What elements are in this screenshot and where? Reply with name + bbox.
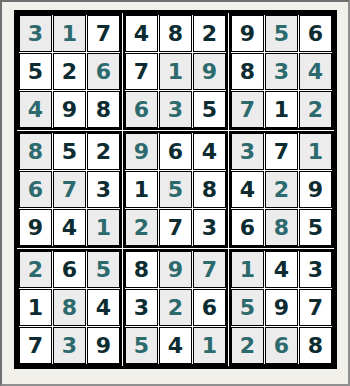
cell-r1c6[interactable]: 2 xyxy=(193,15,226,52)
cell-r7c3[interactable]: 5 xyxy=(87,251,120,288)
cell-r6c9[interactable]: 5 xyxy=(299,209,332,246)
cell-r4c1[interactable]: 8 xyxy=(19,133,52,170)
cell-r8c6[interactable]: 6 xyxy=(193,289,226,326)
cell-r3c7[interactable]: 7 xyxy=(231,91,264,128)
cell-r4c7[interactable]: 3 xyxy=(231,133,264,170)
cell-r9c4[interactable]: 5 xyxy=(125,327,158,364)
cell-r1c7[interactable]: 9 xyxy=(231,15,264,52)
cell-r9c8[interactable]: 6 xyxy=(265,327,298,364)
sudoku-page-frame: 3175264984827196359568347128526739419641… xyxy=(0,0,350,386)
cell-r6c5[interactable]: 7 xyxy=(159,209,192,246)
cell-r5c9[interactable]: 9 xyxy=(299,171,332,208)
sudoku-box-3: 956834712 xyxy=(229,13,334,130)
cell-r7c7[interactable]: 1 xyxy=(231,251,264,288)
sudoku-board: 3175264984827196359568347128526739419641… xyxy=(14,10,337,369)
cell-r5c7[interactable]: 4 xyxy=(231,171,264,208)
cell-r5c4[interactable]: 1 xyxy=(125,171,158,208)
cell-r7c6[interactable]: 7 xyxy=(193,251,226,288)
cell-r6c7[interactable]: 6 xyxy=(231,209,264,246)
cell-r3c8[interactable]: 1 xyxy=(265,91,298,128)
cell-r3c9[interactable]: 2 xyxy=(299,91,332,128)
sudoku-box-2: 482719635 xyxy=(123,13,228,130)
cell-r1c8[interactable]: 5 xyxy=(265,15,298,52)
cell-r1c2[interactable]: 1 xyxy=(53,15,86,52)
cell-r4c6[interactable]: 4 xyxy=(193,133,226,170)
cell-r8c2[interactable]: 8 xyxy=(53,289,86,326)
cell-r7c8[interactable]: 4 xyxy=(265,251,298,288)
cell-r7c5[interactable]: 9 xyxy=(159,251,192,288)
cell-r2c3[interactable]: 6 xyxy=(87,53,120,90)
cell-r5c2[interactable]: 7 xyxy=(53,171,86,208)
cell-r6c6[interactable]: 3 xyxy=(193,209,226,246)
cell-r2c5[interactable]: 1 xyxy=(159,53,192,90)
cell-r6c1[interactable]: 9 xyxy=(19,209,52,246)
cell-r5c1[interactable]: 6 xyxy=(19,171,52,208)
cell-r5c5[interactable]: 5 xyxy=(159,171,192,208)
cell-r5c3[interactable]: 3 xyxy=(87,171,120,208)
cell-r7c2[interactable]: 6 xyxy=(53,251,86,288)
cell-r8c3[interactable]: 4 xyxy=(87,289,120,326)
cell-r3c2[interactable]: 9 xyxy=(53,91,86,128)
sudoku-box-5: 964158273 xyxy=(123,131,228,248)
cell-r9c5[interactable]: 4 xyxy=(159,327,192,364)
cell-r2c8[interactable]: 3 xyxy=(265,53,298,90)
cell-r2c2[interactable]: 2 xyxy=(53,53,86,90)
sudoku-box-4: 852673941 xyxy=(17,131,122,248)
cell-r8c1[interactable]: 1 xyxy=(19,289,52,326)
sudoku-box-8: 897326541 xyxy=(123,249,228,366)
cell-r9c2[interactable]: 3 xyxy=(53,327,86,364)
sudoku-box-9: 143597268 xyxy=(229,249,334,366)
cell-r6c8[interactable]: 8 xyxy=(265,209,298,246)
cell-r9c6[interactable]: 1 xyxy=(193,327,226,364)
cell-r2c6[interactable]: 9 xyxy=(193,53,226,90)
cell-r1c9[interactable]: 6 xyxy=(299,15,332,52)
cell-r3c3[interactable]: 8 xyxy=(87,91,120,128)
sudoku-box-1: 317526498 xyxy=(17,13,122,130)
cell-r4c8[interactable]: 7 xyxy=(265,133,298,170)
cell-r3c1[interactable]: 4 xyxy=(19,91,52,128)
cell-r6c3[interactable]: 1 xyxy=(87,209,120,246)
cell-r4c5[interactable]: 6 xyxy=(159,133,192,170)
cell-r3c5[interactable]: 3 xyxy=(159,91,192,128)
cell-r4c2[interactable]: 5 xyxy=(53,133,86,170)
cell-r5c8[interactable]: 2 xyxy=(265,171,298,208)
cell-r9c7[interactable]: 2 xyxy=(231,327,264,364)
cell-r2c7[interactable]: 8 xyxy=(231,53,264,90)
cell-r6c4[interactable]: 2 xyxy=(125,209,158,246)
cell-r1c4[interactable]: 4 xyxy=(125,15,158,52)
cell-r4c9[interactable]: 1 xyxy=(299,133,332,170)
cell-r2c1[interactable]: 5 xyxy=(19,53,52,90)
cell-r3c6[interactable]: 5 xyxy=(193,91,226,128)
cell-r4c4[interactable]: 9 xyxy=(125,133,158,170)
cell-r2c9[interactable]: 4 xyxy=(299,53,332,90)
cell-r6c2[interactable]: 4 xyxy=(53,209,86,246)
cell-r1c1[interactable]: 3 xyxy=(19,15,52,52)
cell-r8c8[interactable]: 9 xyxy=(265,289,298,326)
cell-r7c9[interactable]: 3 xyxy=(299,251,332,288)
sudoku-box-7: 265184739 xyxy=(17,249,122,366)
cell-r1c5[interactable]: 8 xyxy=(159,15,192,52)
cell-r9c3[interactable]: 9 xyxy=(87,327,120,364)
cell-r9c1[interactable]: 7 xyxy=(19,327,52,364)
cell-r8c9[interactable]: 7 xyxy=(299,289,332,326)
sudoku-box-6: 371429685 xyxy=(229,131,334,248)
cell-r8c7[interactable]: 5 xyxy=(231,289,264,326)
cell-r4c3[interactable]: 2 xyxy=(87,133,120,170)
cell-r5c6[interactable]: 8 xyxy=(193,171,226,208)
cell-r1c3[interactable]: 7 xyxy=(87,15,120,52)
cell-r7c4[interactable]: 8 xyxy=(125,251,158,288)
cell-r7c1[interactable]: 2 xyxy=(19,251,52,288)
cell-r3c4[interactable]: 6 xyxy=(125,91,158,128)
cell-r9c9[interactable]: 8 xyxy=(299,327,332,364)
cell-r2c4[interactable]: 7 xyxy=(125,53,158,90)
cell-r8c4[interactable]: 3 xyxy=(125,289,158,326)
cell-r8c5[interactable]: 2 xyxy=(159,289,192,326)
